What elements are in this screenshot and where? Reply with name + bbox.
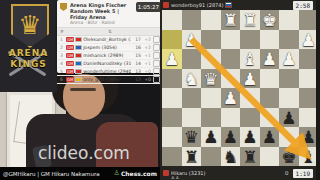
poster-word-kings: KINGS <box>0 59 57 69</box>
tournament-title: Arena Kings Fischer Random Week 5 | Frid… <box>70 2 134 20</box>
score: 17 <box>131 37 141 42</box>
black-piece[interactable]: ♜ <box>182 147 202 167</box>
square[interactable]: ♞ <box>221 147 241 167</box>
watch-icon[interactable] <box>153 68 160 75</box>
standings-row[interactable]: 4GMDanielNaroditsky (3140)14+1 <box>57 60 160 68</box>
square[interactable] <box>260 88 280 108</box>
black-piece[interactable]: ♚ <box>279 147 299 167</box>
square[interactable] <box>221 30 241 50</box>
square[interactable] <box>221 108 241 128</box>
square[interactable] <box>162 30 182 50</box>
white-piece[interactable]: ♝ <box>240 49 260 69</box>
square[interactable]: ♜ <box>240 10 260 30</box>
square[interactable]: ♟ <box>240 127 260 147</box>
black-piece[interactable]: ♟ <box>260 127 280 147</box>
white-piece[interactable]: ♞ <box>182 69 202 89</box>
square[interactable] <box>182 88 202 108</box>
square[interactable] <box>201 10 221 30</box>
square[interactable]: ♛ <box>201 69 221 89</box>
standings-rows: 1GMOleksandr_Bortnyk (3011)17+22GMJospem… <box>57 36 160 84</box>
shield-emblem: ♛ <box>11 4 49 48</box>
square[interactable] <box>182 108 202 128</box>
white-piece[interactable]: ♟ <box>221 88 241 108</box>
square[interactable]: ♟ <box>240 69 260 89</box>
square[interactable]: ♟ <box>260 127 280 147</box>
watch-icon[interactable] <box>153 76 160 83</box>
square[interactable]: ♟ <box>260 49 280 69</box>
standings-row[interactable]: 5GMwonderfultime (2940)13+0 <box>57 68 160 76</box>
square[interactable] <box>201 147 221 167</box>
square[interactable] <box>240 108 260 128</box>
score-delta: +1 <box>141 61 151 66</box>
watch-icon[interactable] <box>153 44 160 51</box>
square[interactable]: ♜ <box>182 147 202 167</box>
square[interactable] <box>182 10 202 30</box>
square[interactable]: ♟ <box>182 30 202 50</box>
standings-row[interactable]: 2GMJospem (3054)16+2 <box>57 44 160 52</box>
poster-word-arena: ARENA <box>0 48 57 58</box>
square[interactable] <box>162 147 182 167</box>
player-username[interactable]: DanielNaroditsky (3140) <box>83 61 131 66</box>
country-flag-icon <box>75 61 82 67</box>
square[interactable]: ♞ <box>182 69 202 89</box>
chess-panel: wonderboy91 (2874) 2:58 ♜♜♚♟♟♟♝♟♟♞♛♟♟♟♛♟… <box>160 0 320 180</box>
gm-title-badge: GM <box>66 77 74 82</box>
square[interactable] <box>240 30 260 50</box>
square[interactable] <box>260 69 280 89</box>
gm-title-badge: GM <box>66 69 74 74</box>
country-flag-icon <box>75 45 82 51</box>
square[interactable] <box>221 69 241 89</box>
black-piece[interactable]: ♟ <box>279 108 299 128</box>
square[interactable]: ♟ <box>221 88 241 108</box>
watch-icon[interactable] <box>153 60 160 67</box>
square[interactable] <box>240 88 260 108</box>
square[interactable]: ♚ <box>279 147 299 167</box>
white-piece[interactable]: ♛ <box>201 69 221 89</box>
opponent-flag-icon <box>225 2 232 8</box>
black-piece[interactable]: ♟ <box>221 127 241 147</box>
gm-title-badge: GM <box>66 53 74 58</box>
player-username[interactable]: only_g0d (2895) <box>83 77 131 82</box>
arena-kings-poster: ♛ ARENA KINGS <box>0 0 57 92</box>
score-delta: +2 <box>141 45 151 50</box>
square[interactable] <box>260 30 280 50</box>
player-avatar[interactable] <box>163 170 169 176</box>
square[interactable]: ♛ <box>182 127 202 147</box>
player-username[interactable]: Oleksandr_Bortnyk (3011) <box>83 37 131 42</box>
chess-board[interactable]: ♜♜♚♟♟♟♝♟♟♞♛♟♟♟♛♟♟♟♟♟♜♞♜♚♝ <box>162 10 318 166</box>
score-badge: 0 <box>285 170 289 176</box>
white-piece[interactable]: ♟ <box>162 49 182 69</box>
white-piece[interactable]: ♚ <box>260 10 280 30</box>
gm-title-badge: GM <box>66 61 74 66</box>
chesscom-wordmark: Chess.com <box>121 170 157 177</box>
square[interactable]: ♟ <box>201 127 221 147</box>
square[interactable]: ♝ <box>240 49 260 69</box>
square[interactable] <box>279 88 299 108</box>
country-flag-icon <box>75 69 82 75</box>
opponent-name[interactable]: wonderboy91 (2874) <box>171 2 223 8</box>
white-piece[interactable]: ♟ <box>260 49 280 69</box>
score: 12 <box>131 77 141 82</box>
black-piece[interactable]: ♞ <box>221 147 241 167</box>
country-flag-icon <box>75 77 82 83</box>
chesscom-pawn-icon: ♙ <box>114 170 120 177</box>
opponent-avatar[interactable] <box>163 2 169 8</box>
tournament-logo-icon <box>60 3 67 11</box>
white-piece[interactable]: ♟ <box>279 49 299 69</box>
black-piece[interactable]: ♟ <box>201 127 221 147</box>
white-piece[interactable]: ♟ <box>240 69 260 89</box>
square[interactable] <box>201 30 221 50</box>
score: 15 <box>131 53 141 58</box>
rank-column-label: # <box>60 29 68 34</box>
score: 14 <box>131 61 141 66</box>
player-username[interactable]: Jospem (3054) <box>83 45 131 50</box>
square[interactable]: ♚ <box>260 10 280 30</box>
score-delta: +2 <box>141 37 151 42</box>
black-piece[interactable]: ♛ <box>182 127 202 147</box>
stream-lower-bar: @GMHikaru | GM Hikaru Nakamura ♙ Chess.c… <box>0 167 160 180</box>
score-delta: +1 <box>141 53 151 58</box>
square[interactable] <box>162 127 182 147</box>
square[interactable]: ♟ <box>279 108 299 128</box>
square[interactable] <box>162 88 182 108</box>
square[interactable] <box>162 69 182 89</box>
gm-title-badge: GM <box>66 45 74 50</box>
square[interactable] <box>182 49 202 69</box>
square[interactable] <box>260 147 280 167</box>
standings-row[interactable]: 6GMonly_g0d (2895)12+0 <box>57 76 160 84</box>
opponent-bar: wonderboy91 (2874) 2:58 <box>160 0 316 10</box>
square[interactable] <box>221 49 241 69</box>
country-flag-icon <box>75 37 82 43</box>
square[interactable] <box>279 127 299 147</box>
score-delta: +0 <box>141 77 151 82</box>
player-username[interactable]: wonderfultime (2940) <box>83 69 131 74</box>
window-edge-strip <box>316 0 320 180</box>
square[interactable] <box>201 88 221 108</box>
square[interactable]: ♟ <box>279 49 299 69</box>
score-delta: +0 <box>141 69 151 74</box>
score: 16 <box>131 45 141 50</box>
standings-row[interactable]: 3GMmishanick (2989)15+1 <box>57 52 160 60</box>
square[interactable] <box>279 30 299 50</box>
square[interactable] <box>260 108 280 128</box>
sort-icon[interactable]: ⇅ <box>108 29 112 34</box>
player-bar: Hikaru (3231) ♙♙ 0 1:19 <box>160 166 316 180</box>
square[interactable]: ♜ <box>240 147 260 167</box>
square[interactable] <box>162 108 182 128</box>
square[interactable]: ♜ <box>221 10 241 30</box>
square[interactable] <box>279 69 299 89</box>
gold-queen-icon: ♛ <box>13 8 47 42</box>
gm-title-badge: GM <box>66 37 74 42</box>
square[interactable]: ♟ <box>221 127 241 147</box>
tournament-subtitle: Arena · Blitz · Rated <box>70 20 160 25</box>
tournament-timer: 1:05:27 <box>136 2 160 12</box>
black-piece[interactable]: ♜ <box>240 147 260 167</box>
standings-column-header: # ⇅ <box>57 27 160 36</box>
square[interactable] <box>162 10 182 30</box>
white-piece[interactable]: ♟ <box>182 30 202 50</box>
player-clock: 1:19 <box>293 169 313 178</box>
square[interactable] <box>279 10 299 30</box>
square[interactable] <box>201 108 221 128</box>
captured-pieces: ♙♙ <box>171 175 180 180</box>
stream-frame: ♛ ARENA KINGS Arena Kings Fischer Random… <box>0 0 320 180</box>
white-piece[interactable]: ♜ <box>221 10 241 30</box>
opponent-clock: 2:58 <box>293 1 313 10</box>
score: 13 <box>131 69 141 74</box>
square[interactable]: ♟ <box>162 49 182 69</box>
streamer-brow <box>70 88 96 91</box>
streamer-handle-text: @GMHikaru | GM Hikaru Nakamura <box>3 171 100 177</box>
watch-icon[interactable] <box>153 36 160 43</box>
tournament-standings-window: Arena Kings Fischer Random Week 5 | Frid… <box>57 0 160 73</box>
clideo-watermark: clideo.com <box>38 143 130 163</box>
white-piece[interactable]: ♜ <box>240 10 260 30</box>
country-flag-icon <box>75 53 82 59</box>
black-piece[interactable]: ♟ <box>240 127 260 147</box>
square[interactable] <box>201 49 221 69</box>
player-username[interactable]: mishanick (2989) <box>83 53 131 58</box>
watch-icon[interactable] <box>153 52 160 59</box>
standings-row[interactable]: 1GMOleksandr_Bortnyk (3011)17+2 <box>57 36 160 44</box>
